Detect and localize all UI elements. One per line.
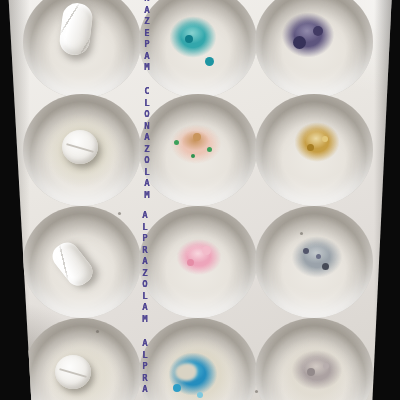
stain-speck <box>322 263 329 270</box>
handwritten-label: NAZEPAM <box>142 0 152 74</box>
handwritten-label: CLONAZOLAM <box>142 86 152 201</box>
stain-speck <box>187 259 194 266</box>
stain-speck <box>207 147 212 152</box>
stain-speck <box>202 246 211 255</box>
reagent-stain <box>174 237 224 277</box>
reagent-stain <box>289 348 345 392</box>
stain-speck <box>293 36 306 49</box>
dust-speck <box>118 212 121 215</box>
reagent-stain <box>279 10 337 60</box>
stain-speck <box>173 384 181 392</box>
stain-speck <box>193 133 201 141</box>
handwritten-label: ALPRA <box>140 338 150 396</box>
photo-background: NAZEPAMCLONAZOLAMALPRAZOLAMALPRA <box>0 0 400 400</box>
pill-tablet <box>55 355 91 389</box>
stain-speck <box>205 57 214 66</box>
pill-tablet <box>62 130 98 164</box>
stain-speck <box>323 363 329 369</box>
stain-speck <box>191 154 195 158</box>
stain-speck <box>307 368 315 376</box>
stain-speck <box>307 144 314 151</box>
dust-speck <box>255 390 258 393</box>
stain-speck <box>303 248 309 254</box>
reagent-stain <box>167 14 219 60</box>
reagent-stain <box>292 120 342 164</box>
stain-speck <box>174 140 179 145</box>
spot-plate-tray: NAZEPAMCLONAZOLAMALPRAZOLAMALPRA <box>0 0 400 400</box>
stain-speck <box>313 26 323 36</box>
stain-speck <box>197 392 203 398</box>
stain-speck <box>322 136 328 142</box>
dust-speck <box>300 232 303 235</box>
dust-speck <box>96 330 99 333</box>
stain-speck <box>316 254 321 259</box>
stain-speck <box>185 35 193 43</box>
handwritten-label: ALPRAZOLAM <box>140 210 150 325</box>
